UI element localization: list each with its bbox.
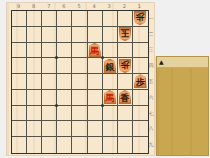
board-cell[interactable] — [27, 11, 42, 27]
piece-kanji: 歩 — [136, 11, 145, 22]
board-cell[interactable] — [57, 90, 72, 106]
board-cell[interactable] — [118, 74, 133, 90]
board-cell[interactable] — [57, 106, 72, 122]
shogi-piece-king[interactable]: 玉 — [118, 27, 131, 41]
file-label: 3 — [102, 3, 117, 10]
board-cell[interactable] — [72, 74, 87, 90]
board-cell[interactable] — [42, 27, 57, 43]
shogi-piece-silver[interactable]: 銀 — [103, 59, 116, 73]
board-cell[interactable] — [12, 90, 27, 106]
board-cell[interactable] — [103, 121, 118, 137]
board-cell[interactable] — [12, 11, 27, 27]
board-cell[interactable]: 歩 — [133, 11, 148, 27]
board-cell[interactable]: 歩 — [133, 74, 148, 90]
shogi-piece-promoted-bishop[interactable]: 馬 — [103, 90, 116, 104]
board-cell[interactable] — [27, 74, 42, 90]
board-cell[interactable] — [72, 121, 87, 137]
shogi-piece-lance[interactable]: 香 — [118, 90, 131, 104]
board-cell[interactable] — [57, 121, 72, 137]
piece-kanji: 馬 — [105, 93, 114, 104]
piece-kanji: 銀 — [105, 62, 114, 73]
board-cell[interactable] — [103, 106, 118, 122]
board-cell[interactable] — [27, 27, 42, 43]
board-cell[interactable] — [88, 121, 103, 137]
board-cell[interactable] — [88, 106, 103, 122]
board-cell[interactable] — [12, 137, 27, 153]
board-cell[interactable] — [103, 74, 118, 90]
board-cell[interactable]: 玉 — [118, 27, 133, 43]
file-label: 6 — [56, 3, 71, 10]
board-cell[interactable]: 馬 — [103, 90, 118, 106]
piece-kanji: 玉 — [120, 27, 129, 38]
board-cell[interactable] — [42, 74, 57, 90]
board-cell[interactable] — [133, 43, 148, 59]
board-cell[interactable] — [103, 11, 118, 27]
board-cell[interactable] — [133, 137, 148, 153]
board-cell[interactable] — [72, 43, 87, 59]
file-label: 7 — [41, 3, 56, 10]
board-cell[interactable] — [133, 90, 148, 106]
file-label: 4 — [87, 3, 102, 10]
board-cell[interactable] — [72, 11, 87, 27]
file-label: 8 — [26, 3, 41, 10]
board-cell[interactable] — [12, 58, 27, 74]
board-cell[interactable]: 歩 — [118, 58, 133, 74]
board-cell[interactable] — [88, 27, 103, 43]
board-cell[interactable] — [42, 121, 57, 137]
file-label: 2 — [117, 3, 132, 10]
board-cell[interactable] — [12, 121, 27, 137]
piece-kanji: 香 — [120, 93, 129, 104]
board-cell[interactable] — [57, 137, 72, 153]
board-cell[interactable] — [88, 58, 103, 74]
board-cell[interactable] — [133, 106, 148, 122]
board-cell[interactable]: 香 — [118, 90, 133, 106]
shogi-piece-pawn[interactable]: 歩 — [134, 11, 147, 25]
board-cell[interactable] — [57, 11, 72, 27]
board-cell[interactable] — [57, 27, 72, 43]
board-cell[interactable] — [42, 106, 57, 122]
board-cell[interactable] — [133, 58, 148, 74]
board-cell[interactable] — [42, 43, 57, 59]
board-cell[interactable] — [27, 90, 42, 106]
piece-kanji: 馬 — [90, 46, 99, 57]
board-cell[interactable] — [42, 90, 57, 106]
board-cell[interactable] — [88, 90, 103, 106]
board-cell[interactable] — [57, 58, 72, 74]
board-cell[interactable] — [88, 11, 103, 27]
shogi-board: 987654321 一二三四五六七八九 歩玉馬銀歩歩馬香 — [7, 3, 154, 155]
shogi-piece-promoted-bishop[interactable]: 馬 — [88, 43, 101, 57]
board-cell[interactable] — [42, 11, 57, 27]
board-cell[interactable] — [103, 43, 118, 59]
board-cell[interactable] — [118, 11, 133, 27]
komadai-piece-stand: ▲ — [157, 57, 208, 155]
board-cell[interactable] — [72, 58, 87, 74]
board-cell[interactable] — [88, 137, 103, 153]
board-cell[interactable] — [57, 43, 72, 59]
board-cell[interactable] — [27, 137, 42, 153]
board-cell[interactable] — [42, 58, 57, 74]
file-label: 1 — [132, 3, 147, 10]
board-cell[interactable] — [72, 106, 87, 122]
board-cell[interactable] — [133, 27, 148, 43]
shogi-piece-pawn[interactable]: 歩 — [118, 59, 131, 73]
piece-kanji: 歩 — [136, 77, 145, 88]
board-cell[interactable] — [57, 74, 72, 90]
board-cell[interactable] — [42, 137, 57, 153]
shogi-app: 987654321 一二三四五六七八九 歩玉馬銀歩歩馬香 ▲ — [0, 0, 210, 158]
board-cell[interactable] — [72, 137, 87, 153]
file-labels: 987654321 — [11, 3, 147, 10]
board-cell[interactable] — [118, 137, 133, 153]
board-cell[interactable] — [72, 27, 87, 43]
board-cell[interactable]: 馬 — [88, 43, 103, 59]
board-cell[interactable] — [12, 74, 27, 90]
board-cell[interactable] — [12, 27, 27, 43]
board-cell[interactable] — [27, 106, 42, 122]
board-grid: 歩玉馬銀歩歩馬香 — [11, 10, 149, 154]
file-label: 5 — [71, 3, 86, 10]
shogi-piece-pawn[interactable]: 歩 — [134, 74, 147, 88]
board-cell[interactable] — [103, 27, 118, 43]
board-cell[interactable] — [27, 43, 42, 59]
board-cell[interactable]: 銀 — [103, 58, 118, 74]
board-cell[interactable] — [72, 90, 87, 106]
board-cell[interactable] — [118, 106, 133, 122]
board-cell[interactable] — [27, 121, 42, 137]
piece-kanji: 歩 — [120, 59, 129, 70]
board-cell[interactable] — [88, 74, 103, 90]
board-cell[interactable] — [103, 137, 118, 153]
board-cell[interactable] — [118, 43, 133, 59]
board-cell[interactable] — [118, 121, 133, 137]
komadai-header: ▲ — [157, 57, 208, 68]
sente-marker-icon: ▲ — [159, 59, 164, 65]
file-label: 9 — [11, 3, 26, 10]
board-cell[interactable] — [12, 43, 27, 59]
board-cell[interactable] — [12, 106, 27, 122]
board-cell[interactable] — [133, 121, 148, 137]
board-cell[interactable] — [27, 58, 42, 74]
